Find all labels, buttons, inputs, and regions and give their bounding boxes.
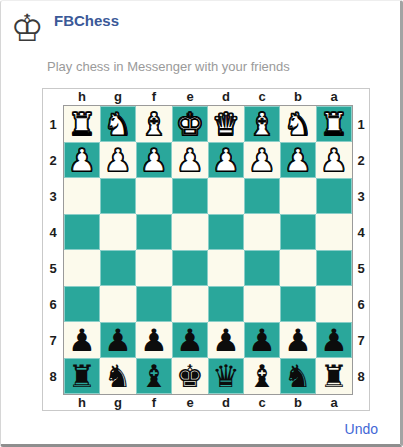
file-label: h bbox=[64, 89, 100, 105]
square-f3[interactable] bbox=[136, 178, 172, 214]
rank-label: 1 bbox=[43, 106, 63, 142]
square-f7[interactable]: ♟ bbox=[136, 322, 172, 358]
square-d8[interactable]: ♛ bbox=[208, 358, 244, 394]
square-c2[interactable]: ♟ bbox=[244, 142, 280, 178]
square-b1[interactable]: ♞ bbox=[280, 106, 316, 142]
black-rook-piece: ♜ bbox=[320, 358, 348, 394]
rank-label: 7 bbox=[353, 322, 369, 358]
black-pawn-piece: ♟ bbox=[284, 322, 312, 358]
square-a4[interactable] bbox=[316, 214, 352, 250]
square-f5[interactable] bbox=[136, 250, 172, 286]
white-knight-piece: ♞ bbox=[284, 106, 312, 142]
app-title: FBChess bbox=[54, 9, 119, 29]
square-f1[interactable]: ♝ bbox=[136, 106, 172, 142]
rank-label: 2 bbox=[353, 142, 369, 178]
square-d1[interactable]: ♛ bbox=[208, 106, 244, 142]
rank-label: 2 bbox=[43, 142, 63, 178]
square-a6[interactable] bbox=[316, 286, 352, 322]
square-b3[interactable] bbox=[280, 178, 316, 214]
rank-label: 3 bbox=[353, 178, 369, 214]
black-pawn-piece: ♟ bbox=[320, 322, 348, 358]
square-e6[interactable] bbox=[172, 286, 208, 322]
black-pawn-piece: ♟ bbox=[68, 322, 96, 358]
square-f8[interactable]: ♝ bbox=[136, 358, 172, 394]
square-h5[interactable] bbox=[64, 250, 100, 286]
square-b8[interactable]: ♞ bbox=[280, 358, 316, 394]
square-a5[interactable] bbox=[316, 250, 352, 286]
square-f4[interactable] bbox=[136, 214, 172, 250]
square-d3[interactable] bbox=[208, 178, 244, 214]
footer: Undo bbox=[1, 411, 400, 438]
file-label: f bbox=[136, 89, 172, 105]
rank-label: 8 bbox=[43, 358, 63, 394]
square-h2[interactable]: ♟ bbox=[64, 142, 100, 178]
file-labels-bottom: hgfedcba bbox=[64, 395, 353, 410]
square-e1[interactable]: ♚ bbox=[172, 106, 208, 142]
square-h6[interactable] bbox=[64, 286, 100, 322]
square-c1[interactable]: ♝ bbox=[244, 106, 280, 142]
white-pawn-piece: ♟ bbox=[320, 142, 348, 178]
corner-spacer bbox=[353, 395, 369, 410]
white-rook-piece: ♜ bbox=[320, 106, 348, 142]
square-f2[interactable]: ♟ bbox=[136, 142, 172, 178]
square-e7[interactable]: ♟ bbox=[172, 322, 208, 358]
square-h4[interactable] bbox=[64, 214, 100, 250]
file-label: b bbox=[280, 89, 316, 105]
square-g5[interactable] bbox=[100, 250, 136, 286]
black-pawn-piece: ♟ bbox=[212, 322, 240, 358]
white-king-piece: ♚ bbox=[176, 106, 204, 142]
rank-label: 8 bbox=[353, 358, 369, 394]
rank-label: 1 bbox=[353, 106, 369, 142]
square-a8[interactable]: ♜ bbox=[316, 358, 352, 394]
square-a3[interactable] bbox=[316, 178, 352, 214]
black-queen-piece: ♛ bbox=[212, 358, 240, 394]
white-rook-piece: ♜ bbox=[68, 106, 96, 142]
square-e5[interactable] bbox=[172, 250, 208, 286]
file-label: b bbox=[280, 395, 316, 410]
rank-label: 5 bbox=[353, 250, 369, 286]
square-a1[interactable]: ♜ bbox=[316, 106, 352, 142]
file-label: h bbox=[64, 395, 100, 410]
square-h3[interactable] bbox=[64, 178, 100, 214]
square-g3[interactable] bbox=[100, 178, 136, 214]
square-b2[interactable]: ♟ bbox=[280, 142, 316, 178]
rank-label: 4 bbox=[43, 214, 63, 250]
white-pawn-piece: ♟ bbox=[284, 142, 312, 178]
square-h7[interactable]: ♟ bbox=[64, 322, 100, 358]
white-pawn-piece: ♟ bbox=[248, 142, 276, 178]
square-b6[interactable] bbox=[280, 286, 316, 322]
white-pawn-piece: ♟ bbox=[212, 142, 240, 178]
white-king-icon: ♔ bbox=[9, 9, 45, 49]
rank-labels-right: 12345678 bbox=[353, 106, 369, 395]
black-rook-piece: ♜ bbox=[68, 358, 96, 394]
square-d7[interactable]: ♟ bbox=[208, 322, 244, 358]
rank-label: 3 bbox=[43, 178, 63, 214]
square-c5[interactable] bbox=[244, 250, 280, 286]
chess-board: ♜♞♝♚♛♝♞♜♟♟♟♟♟♟♟♟♟♟♟♟♟♟♟♟♜♞♝♚♛♝♞♜ bbox=[63, 105, 353, 395]
file-label: e bbox=[172, 89, 208, 105]
square-d4[interactable] bbox=[208, 214, 244, 250]
white-bishop-piece: ♝ bbox=[140, 106, 168, 142]
file-label: c bbox=[244, 395, 280, 410]
app-header: ♔ FBChess bbox=[1, 1, 400, 55]
file-label: d bbox=[208, 395, 244, 410]
rank-label: 4 bbox=[353, 214, 369, 250]
rank-label: 6 bbox=[353, 286, 369, 322]
file-label: g bbox=[100, 89, 136, 105]
square-g8[interactable]: ♞ bbox=[100, 358, 136, 394]
white-queen-piece: ♛ bbox=[212, 106, 240, 142]
black-pawn-piece: ♟ bbox=[104, 322, 132, 358]
file-label: d bbox=[208, 89, 244, 105]
square-f6[interactable] bbox=[136, 286, 172, 322]
black-knight-piece: ♞ bbox=[284, 358, 312, 394]
black-bishop-piece: ♝ bbox=[140, 358, 168, 394]
white-pawn-piece: ♟ bbox=[68, 142, 96, 178]
file-label: c bbox=[244, 89, 280, 105]
square-c3[interactable] bbox=[244, 178, 280, 214]
square-a7[interactable]: ♟ bbox=[316, 322, 352, 358]
square-e4[interactable] bbox=[172, 214, 208, 250]
square-g6[interactable] bbox=[100, 286, 136, 322]
white-pawn-piece: ♟ bbox=[140, 142, 168, 178]
black-knight-piece: ♞ bbox=[104, 358, 132, 394]
black-pawn-piece: ♟ bbox=[248, 322, 276, 358]
file-label: g bbox=[100, 395, 136, 410]
black-pawn-piece: ♟ bbox=[176, 322, 204, 358]
square-b4[interactable] bbox=[280, 214, 316, 250]
corner-spacer bbox=[43, 395, 63, 410]
file-label: a bbox=[316, 89, 352, 105]
square-a2[interactable]: ♟ bbox=[316, 142, 352, 178]
chess-board-frame: hgfedcba 12345678 ♜♞♝♚♛♝♞♜♟♟♟♟♟♟♟♟♟♟♟♟♟♟… bbox=[42, 88, 370, 411]
black-king-piece: ♚ bbox=[176, 358, 204, 394]
square-c8[interactable]: ♝ bbox=[244, 358, 280, 394]
corner-spacer bbox=[43, 89, 63, 105]
square-d6[interactable] bbox=[208, 286, 244, 322]
file-label: f bbox=[136, 395, 172, 410]
black-pawn-piece: ♟ bbox=[140, 322, 168, 358]
square-g7[interactable]: ♟ bbox=[100, 322, 136, 358]
square-b5[interactable] bbox=[280, 250, 316, 286]
app-subtitle: Play chess in Messenger with your friend… bbox=[47, 59, 400, 74]
black-bishop-piece: ♝ bbox=[248, 358, 276, 394]
white-pawn-piece: ♟ bbox=[176, 142, 204, 178]
square-d2[interactable]: ♟ bbox=[208, 142, 244, 178]
corner-spacer bbox=[353, 89, 369, 105]
white-knight-piece: ♞ bbox=[104, 106, 132, 142]
square-c6[interactable] bbox=[244, 286, 280, 322]
rank-label: 6 bbox=[43, 286, 63, 322]
square-e3[interactable] bbox=[172, 178, 208, 214]
square-c4[interactable] bbox=[244, 214, 280, 250]
file-label: a bbox=[316, 395, 352, 410]
file-labels-top: hgfedcba bbox=[64, 89, 353, 105]
square-d5[interactable] bbox=[208, 250, 244, 286]
square-g1[interactable]: ♞ bbox=[100, 106, 136, 142]
square-h8[interactable]: ♜ bbox=[64, 358, 100, 394]
square-c7[interactable]: ♟ bbox=[244, 322, 280, 358]
undo-link[interactable]: Undo bbox=[345, 421, 378, 437]
rank-labels-left: 12345678 bbox=[43, 106, 63, 395]
square-h1[interactable]: ♜ bbox=[64, 106, 100, 142]
square-b7[interactable]: ♟ bbox=[280, 322, 316, 358]
rank-label: 5 bbox=[43, 250, 63, 286]
square-g4[interactable] bbox=[100, 214, 136, 250]
file-label: e bbox=[172, 395, 208, 410]
square-e8[interactable]: ♚ bbox=[172, 358, 208, 394]
square-g2[interactable]: ♟ bbox=[100, 142, 136, 178]
rank-label: 7 bbox=[43, 322, 63, 358]
square-e2[interactable]: ♟ bbox=[172, 142, 208, 178]
white-bishop-piece: ♝ bbox=[248, 106, 276, 142]
white-pawn-piece: ♟ bbox=[104, 142, 132, 178]
